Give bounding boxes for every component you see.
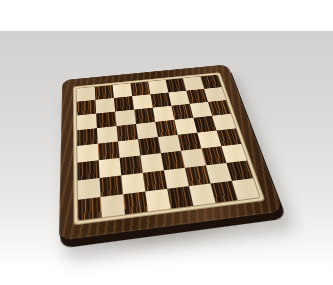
top-white-band	[0, 0, 333, 31]
board-grid	[77, 75, 260, 221]
square-b1	[101, 194, 125, 217]
square-c1	[123, 192, 148, 215]
square-a1	[78, 197, 102, 220]
product-photo	[0, 0, 333, 285]
square-h1	[232, 178, 260, 200]
board-inner-border	[73, 72, 265, 225]
